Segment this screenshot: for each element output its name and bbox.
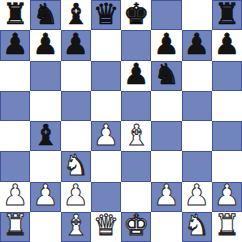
black-pawn-piece[interactable]: ♟ bbox=[63, 30, 89, 59]
black-pawn-piece[interactable]: ♟ bbox=[184, 30, 210, 59]
black-queen-piece[interactable]: ♛ bbox=[93, 0, 119, 29]
square-e6[interactable]: ♟ bbox=[121, 61, 151, 91]
square-b8[interactable]: ♞ bbox=[30, 0, 60, 30]
black-king-piece[interactable]: ♚ bbox=[123, 0, 149, 29]
square-g7[interactable]: ♟ bbox=[182, 30, 212, 60]
square-e1[interactable]: ♚ bbox=[121, 212, 151, 242]
black-pawn-piece[interactable]: ♟ bbox=[123, 61, 149, 90]
square-h8[interactable]: ♜ bbox=[212, 0, 242, 30]
square-e7[interactable] bbox=[121, 30, 151, 60]
square-d4[interactable]: ♟ bbox=[91, 121, 121, 151]
white-pawn-piece[interactable]: ♟ bbox=[32, 182, 58, 211]
square-f6[interactable]: ♞ bbox=[151, 61, 181, 91]
black-rook-piece[interactable]: ♜ bbox=[214, 0, 240, 29]
square-f5[interactable] bbox=[151, 91, 181, 121]
square-h7[interactable]: ♟ bbox=[212, 30, 242, 60]
square-f1[interactable] bbox=[151, 212, 181, 242]
white-queen-piece[interactable]: ♛ bbox=[93, 212, 119, 241]
square-a6[interactable] bbox=[0, 61, 30, 91]
square-a7[interactable]: ♟ bbox=[0, 30, 30, 60]
white-pawn-piece[interactable]: ♟ bbox=[63, 182, 89, 211]
square-a5[interactable] bbox=[0, 91, 30, 121]
white-bishop-piece[interactable]: ♝ bbox=[123, 121, 149, 150]
square-h5[interactable] bbox=[212, 91, 242, 121]
white-pawn-piece[interactable]: ♟ bbox=[184, 182, 210, 211]
black-knight-piece[interactable]: ♞ bbox=[153, 61, 179, 90]
square-h1[interactable]: ♜ bbox=[212, 212, 242, 242]
black-bishop-piece[interactable]: ♝ bbox=[63, 0, 89, 29]
square-a1[interactable]: ♜ bbox=[0, 212, 30, 242]
black-pawn-piece[interactable]: ♟ bbox=[2, 30, 28, 59]
white-rook-piece[interactable]: ♜ bbox=[214, 212, 240, 241]
square-h2[interactable]: ♟ bbox=[212, 182, 242, 212]
square-c1[interactable]: ♝ bbox=[61, 212, 91, 242]
square-d8[interactable]: ♛ bbox=[91, 0, 121, 30]
square-d6[interactable] bbox=[91, 61, 121, 91]
square-c6[interactable] bbox=[61, 61, 91, 91]
black-rook-piece[interactable]: ♜ bbox=[2, 0, 28, 29]
square-d3[interactable] bbox=[91, 151, 121, 181]
black-pawn-piece[interactable]: ♟ bbox=[214, 30, 240, 59]
square-a2[interactable]: ♟ bbox=[0, 182, 30, 212]
square-c4[interactable] bbox=[61, 121, 91, 151]
square-b6[interactable] bbox=[30, 61, 60, 91]
square-b2[interactable]: ♟ bbox=[30, 182, 60, 212]
square-g5[interactable] bbox=[182, 91, 212, 121]
square-h4[interactable] bbox=[212, 121, 242, 151]
white-knight-piece[interactable]: ♞ bbox=[184, 212, 210, 241]
square-e4[interactable]: ♝ bbox=[121, 121, 151, 151]
square-g8[interactable] bbox=[182, 0, 212, 30]
chess-board: ♜♞♝♛♚♜♟♟♟♟♟♟♟♞♝♟♝♞♟♟♟♟♟♟♜♝♛♚♞♜ bbox=[0, 0, 242, 242]
square-b3[interactable] bbox=[30, 151, 60, 181]
white-king-piece[interactable]: ♚ bbox=[123, 212, 149, 241]
square-e8[interactable]: ♚ bbox=[121, 0, 151, 30]
black-knight-piece[interactable]: ♞ bbox=[32, 0, 58, 29]
square-f7[interactable]: ♟ bbox=[151, 30, 181, 60]
square-d1[interactable]: ♛ bbox=[91, 212, 121, 242]
square-d2[interactable] bbox=[91, 182, 121, 212]
square-a8[interactable]: ♜ bbox=[0, 0, 30, 30]
square-b5[interactable] bbox=[30, 91, 60, 121]
black-bishop-piece[interactable]: ♝ bbox=[32, 121, 58, 150]
white-pawn-piece[interactable]: ♟ bbox=[93, 121, 119, 150]
square-e2[interactable] bbox=[121, 182, 151, 212]
white-knight-piece[interactable]: ♞ bbox=[63, 151, 89, 180]
square-f8[interactable] bbox=[151, 0, 181, 30]
square-g2[interactable]: ♟ bbox=[182, 182, 212, 212]
white-bishop-piece[interactable]: ♝ bbox=[63, 212, 89, 241]
black-pawn-piece[interactable]: ♟ bbox=[32, 30, 58, 59]
square-c2[interactable]: ♟ bbox=[61, 182, 91, 212]
white-pawn-piece[interactable]: ♟ bbox=[2, 182, 28, 211]
square-e5[interactable] bbox=[121, 91, 151, 121]
square-d7[interactable] bbox=[91, 30, 121, 60]
square-g1[interactable]: ♞ bbox=[182, 212, 212, 242]
square-g4[interactable] bbox=[182, 121, 212, 151]
square-c8[interactable]: ♝ bbox=[61, 0, 91, 30]
square-b7[interactable]: ♟ bbox=[30, 30, 60, 60]
square-f3[interactable] bbox=[151, 151, 181, 181]
square-c5[interactable] bbox=[61, 91, 91, 121]
square-b4[interactable]: ♝ bbox=[30, 121, 60, 151]
square-g3[interactable] bbox=[182, 151, 212, 181]
square-e3[interactable] bbox=[121, 151, 151, 181]
square-c3[interactable]: ♞ bbox=[61, 151, 91, 181]
square-a3[interactable] bbox=[0, 151, 30, 181]
square-f2[interactable]: ♟ bbox=[151, 182, 181, 212]
square-d5[interactable] bbox=[91, 91, 121, 121]
square-a4[interactable] bbox=[0, 121, 30, 151]
square-c7[interactable]: ♟ bbox=[61, 30, 91, 60]
black-pawn-piece[interactable]: ♟ bbox=[153, 30, 179, 59]
white-rook-piece[interactable]: ♜ bbox=[2, 212, 28, 241]
square-h3[interactable] bbox=[212, 151, 242, 181]
square-h6[interactable] bbox=[212, 61, 242, 91]
square-f4[interactable] bbox=[151, 121, 181, 151]
white-pawn-piece[interactable]: ♟ bbox=[153, 182, 179, 211]
square-b1[interactable] bbox=[30, 212, 60, 242]
white-pawn-piece[interactable]: ♟ bbox=[214, 182, 240, 211]
square-g6[interactable] bbox=[182, 61, 212, 91]
